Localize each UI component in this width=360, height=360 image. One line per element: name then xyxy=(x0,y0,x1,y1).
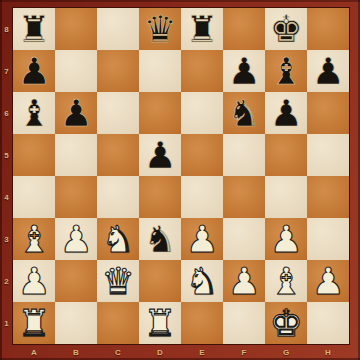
square-a6[interactable]: ♝ xyxy=(13,92,55,134)
piece-black-rook: ♜ xyxy=(13,8,55,50)
piece-white-knight: ♞ xyxy=(181,260,223,302)
piece-white-pawn: ♟ xyxy=(13,260,55,302)
rank-label-6: 6 xyxy=(0,92,13,134)
square-f3[interactable] xyxy=(223,218,265,260)
square-g6[interactable]: ♟ xyxy=(265,92,307,134)
rank-label-1: 1 xyxy=(0,302,13,344)
square-c2[interactable]: ♛ xyxy=(97,260,139,302)
square-d8[interactable]: ♛ xyxy=(139,8,181,50)
rank-labels: 87654321 xyxy=(0,8,13,344)
square-a3[interactable]: ♝ xyxy=(13,218,55,260)
square-d4[interactable] xyxy=(139,176,181,218)
piece-black-pawn: ♟ xyxy=(223,50,265,92)
square-g3[interactable]: ♟ xyxy=(265,218,307,260)
square-g5[interactable] xyxy=(265,134,307,176)
file-labels: ABCDEFGH xyxy=(13,344,349,360)
square-c1[interactable] xyxy=(97,302,139,344)
square-e3[interactable]: ♟ xyxy=(181,218,223,260)
square-b3[interactable]: ♟ xyxy=(55,218,97,260)
rank-label-5: 5 xyxy=(0,134,13,176)
square-b4[interactable] xyxy=(55,176,97,218)
file-label-d: D xyxy=(139,344,181,360)
piece-black-pawn: ♟ xyxy=(13,50,55,92)
piece-white-knight: ♞ xyxy=(97,218,139,260)
piece-white-pawn: ♟ xyxy=(265,218,307,260)
square-e7[interactable] xyxy=(181,50,223,92)
square-b7[interactable] xyxy=(55,50,97,92)
square-f4[interactable] xyxy=(223,176,265,218)
square-h6[interactable] xyxy=(307,92,349,134)
piece-white-pawn: ♟ xyxy=(307,260,349,302)
square-d6[interactable] xyxy=(139,92,181,134)
chess-board-frame: 87654321 ♜♛♜♚♟♟♝♟♝♟♞♟♟♝♟♞♞♟♟♟♛♞♟♝♟♜♜♚ AB… xyxy=(0,0,360,360)
square-h5[interactable] xyxy=(307,134,349,176)
square-c6[interactable] xyxy=(97,92,139,134)
piece-white-bishop: ♝ xyxy=(265,260,307,302)
square-e8[interactable]: ♜ xyxy=(181,8,223,50)
rank-label-8: 8 xyxy=(0,8,13,50)
square-e5[interactable] xyxy=(181,134,223,176)
square-b2[interactable] xyxy=(55,260,97,302)
square-f6[interactable]: ♞ xyxy=(223,92,265,134)
piece-white-pawn: ♟ xyxy=(181,218,223,260)
square-a1[interactable]: ♜ xyxy=(13,302,55,344)
square-c7[interactable] xyxy=(97,50,139,92)
rank-label-3: 3 xyxy=(0,218,13,260)
file-label-b: B xyxy=(55,344,97,360)
square-f2[interactable]: ♟ xyxy=(223,260,265,302)
square-d2[interactable] xyxy=(139,260,181,302)
piece-black-knight: ♞ xyxy=(139,218,181,260)
piece-white-bishop: ♝ xyxy=(13,218,55,260)
square-e4[interactable] xyxy=(181,176,223,218)
square-g1[interactable]: ♚ xyxy=(265,302,307,344)
rank-label-4: 4 xyxy=(0,176,13,218)
rank-label-2: 2 xyxy=(0,260,13,302)
piece-black-bishop: ♝ xyxy=(13,92,55,134)
square-e2[interactable]: ♞ xyxy=(181,260,223,302)
piece-black-pawn: ♟ xyxy=(55,92,97,134)
square-b6[interactable]: ♟ xyxy=(55,92,97,134)
square-g4[interactable] xyxy=(265,176,307,218)
piece-black-queen: ♛ xyxy=(139,8,181,50)
square-h8[interactable] xyxy=(307,8,349,50)
square-b1[interactable] xyxy=(55,302,97,344)
square-h2[interactable]: ♟ xyxy=(307,260,349,302)
file-label-f: F xyxy=(223,344,265,360)
square-f5[interactable] xyxy=(223,134,265,176)
piece-white-king: ♚ xyxy=(265,302,307,344)
board: ♜♛♜♚♟♟♝♟♝♟♞♟♟♝♟♞♞♟♟♟♛♞♟♝♟♜♜♚ xyxy=(13,8,349,344)
piece-white-pawn: ♟ xyxy=(55,218,97,260)
piece-white-queen: ♛ xyxy=(97,260,139,302)
square-e1[interactable] xyxy=(181,302,223,344)
file-label-g: G xyxy=(265,344,307,360)
piece-black-bishop: ♝ xyxy=(265,50,307,92)
square-c4[interactable] xyxy=(97,176,139,218)
square-a2[interactable]: ♟ xyxy=(13,260,55,302)
square-a5[interactable] xyxy=(13,134,55,176)
square-a7[interactable]: ♟ xyxy=(13,50,55,92)
square-g7[interactable]: ♝ xyxy=(265,50,307,92)
square-a4[interactable] xyxy=(13,176,55,218)
square-d7[interactable] xyxy=(139,50,181,92)
rank-label-7: 7 xyxy=(0,50,13,92)
square-h7[interactable]: ♟ xyxy=(307,50,349,92)
square-d5[interactable]: ♟ xyxy=(139,134,181,176)
square-h1[interactable] xyxy=(307,302,349,344)
square-g2[interactable]: ♝ xyxy=(265,260,307,302)
square-h3[interactable] xyxy=(307,218,349,260)
square-c8[interactable] xyxy=(97,8,139,50)
piece-white-rook: ♜ xyxy=(139,302,181,344)
square-g8[interactable]: ♚ xyxy=(265,8,307,50)
piece-black-pawn: ♟ xyxy=(307,50,349,92)
square-c3[interactable]: ♞ xyxy=(97,218,139,260)
piece-black-knight: ♞ xyxy=(223,92,265,134)
piece-white-rook: ♜ xyxy=(13,302,55,344)
piece-black-rook: ♜ xyxy=(181,8,223,50)
square-b5[interactable] xyxy=(55,134,97,176)
square-f1[interactable] xyxy=(223,302,265,344)
file-label-a: A xyxy=(13,344,55,360)
piece-black-pawn: ♟ xyxy=(265,92,307,134)
piece-white-pawn: ♟ xyxy=(223,260,265,302)
square-f8[interactable] xyxy=(223,8,265,50)
square-b8[interactable] xyxy=(55,8,97,50)
square-a8[interactable]: ♜ xyxy=(13,8,55,50)
piece-black-pawn: ♟ xyxy=(139,134,181,176)
file-label-e: E xyxy=(181,344,223,360)
piece-black-king: ♚ xyxy=(265,8,307,50)
square-f7[interactable]: ♟ xyxy=(223,50,265,92)
square-d1[interactable]: ♜ xyxy=(139,302,181,344)
square-d3[interactable]: ♞ xyxy=(139,218,181,260)
square-h4[interactable] xyxy=(307,176,349,218)
file-label-h: H xyxy=(307,344,349,360)
square-e6[interactable] xyxy=(181,92,223,134)
file-label-c: C xyxy=(97,344,139,360)
square-c5[interactable] xyxy=(97,134,139,176)
